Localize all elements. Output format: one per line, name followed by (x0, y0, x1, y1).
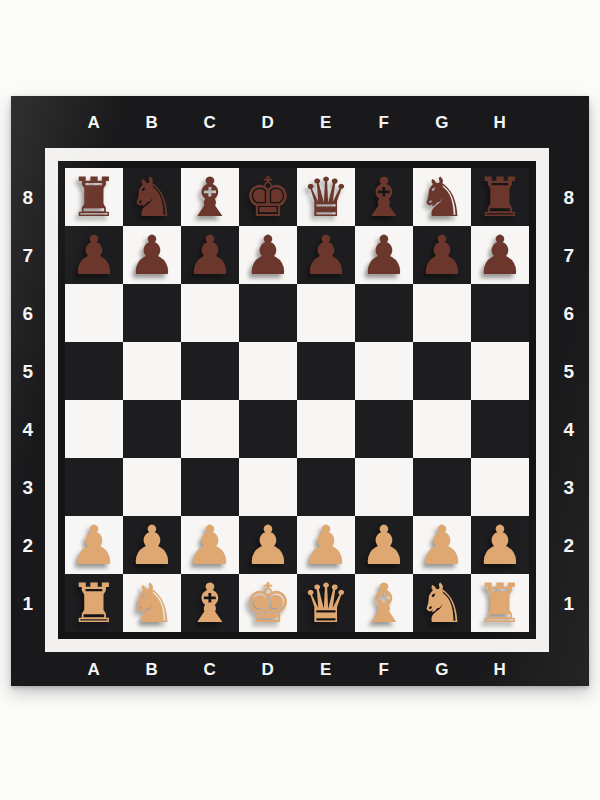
piece-black-rook-h8[interactable]: ♜ (471, 168, 529, 226)
square-a1[interactable]: ♜ (65, 574, 123, 632)
square-h1[interactable]: ♜ (471, 574, 529, 632)
piece-white-pawn-g2[interactable]: ♟ (413, 516, 471, 574)
file-label-bottom-c: C (204, 661, 217, 678)
square-g2[interactable]: ♟ (413, 516, 471, 574)
square-d3[interactable] (239, 458, 297, 516)
square-b2[interactable]: ♟ (123, 516, 181, 574)
square-a2[interactable]: ♟ (65, 516, 123, 574)
piece-black-pawn-b7[interactable]: ♟ (123, 226, 181, 284)
square-d1[interactable]: ♚ (239, 574, 297, 632)
square-b1[interactable]: ♞ (123, 574, 181, 632)
file-label-bottom-g: G (435, 661, 449, 678)
square-d7[interactable]: ♟ (239, 226, 297, 284)
square-g5[interactable] (413, 342, 471, 400)
file-label-top-a: A (88, 114, 101, 131)
square-e2[interactable]: ♟ (297, 516, 355, 574)
rank-label-left-2: 2 (22, 536, 33, 555)
piece-black-knight-b8[interactable]: ♞ (123, 168, 181, 226)
file-label-top-f: F (379, 114, 390, 131)
squares-grid: ♜♞♝♚♛♝♞♜♟♟♟♟♟♟♟♟♟♟♟♟♟♟♟♟♜♞♝♚♛♝♞♜ (65, 168, 529, 632)
square-f7[interactable]: ♟ (355, 226, 413, 284)
file-label-top-d: D (262, 114, 275, 131)
piece-white-pawn-d2[interactable]: ♟ (239, 516, 297, 574)
square-g6[interactable] (413, 284, 471, 342)
piece-black-pawn-d7[interactable]: ♟ (239, 226, 297, 284)
square-f3[interactable] (355, 458, 413, 516)
square-a7[interactable]: ♟ (65, 226, 123, 284)
rank-label-left-5: 5 (22, 362, 33, 381)
piece-white-bishop-c1[interactable]: ♝ (181, 574, 239, 632)
piece-black-queen-e8[interactable]: ♛ (297, 168, 355, 226)
square-e3[interactable] (297, 458, 355, 516)
file-label-bottom-f: F (379, 661, 390, 678)
piece-white-rook-h1[interactable]: ♜ (471, 574, 529, 632)
rank-label-left-6: 6 (22, 304, 33, 323)
square-f6[interactable] (355, 284, 413, 342)
rank-label-left-1: 1 (22, 594, 33, 613)
file-label-top-g: G (435, 114, 449, 131)
square-c2[interactable]: ♟ (181, 516, 239, 574)
file-label-bottom-d: D (262, 661, 275, 678)
square-c8[interactable]: ♝ (181, 168, 239, 226)
square-b6[interactable] (123, 284, 181, 342)
square-h5[interactable] (471, 342, 529, 400)
file-label-bottom-h: H (494, 661, 507, 678)
piece-black-pawn-c7[interactable]: ♟ (181, 226, 239, 284)
piece-white-pawn-b2[interactable]: ♟ (123, 516, 181, 574)
square-h2[interactable]: ♟ (471, 516, 529, 574)
piece-black-pawn-f7[interactable]: ♟ (355, 226, 413, 284)
piece-white-pawn-a2[interactable]: ♟ (65, 516, 123, 574)
file-label-top-b: B (146, 114, 159, 131)
rank-labels-left: 87654321 (11, 148, 45, 652)
file-label-top-h: H (494, 114, 507, 131)
piece-white-pawn-f2[interactable]: ♟ (355, 516, 413, 574)
square-e5[interactable] (297, 342, 355, 400)
square-g1[interactable]: ♞ (413, 574, 471, 632)
chess-board: ABCDEFGH 87654321 ♜♞♝♚♛♝♞♜♟♟♟♟♟♟♟♟♟♟♟♟♟♟… (11, 96, 589, 686)
square-d8[interactable]: ♚ (239, 168, 297, 226)
piece-black-bishop-f8[interactable]: ♝ (355, 168, 413, 226)
square-a3[interactable] (65, 458, 123, 516)
square-c3[interactable] (181, 458, 239, 516)
square-g7[interactable]: ♟ (413, 226, 471, 284)
piece-black-pawn-h7[interactable]: ♟ (471, 226, 529, 284)
square-f8[interactable]: ♝ (355, 168, 413, 226)
square-g3[interactable] (413, 458, 471, 516)
rank-labels-right: 87654321 (549, 148, 589, 652)
file-label-top-e: E (320, 114, 332, 131)
square-c6[interactable] (181, 284, 239, 342)
square-f4[interactable] (355, 400, 413, 458)
square-b7[interactable]: ♟ (123, 226, 181, 284)
piece-black-rook-a8[interactable]: ♜ (65, 168, 123, 226)
square-a8[interactable]: ♜ (65, 168, 123, 226)
square-g4[interactable] (413, 400, 471, 458)
square-f1[interactable]: ♝ (355, 574, 413, 632)
square-h4[interactable] (471, 400, 529, 458)
board-center: ♜♞♝♚♛♝♞♜♟♟♟♟♟♟♟♟♟♟♟♟♟♟♟♟♜♞♝♚♛♝♞♜ (45, 148, 549, 652)
piece-white-pawn-c2[interactable]: ♟ (181, 516, 239, 574)
square-b5[interactable] (123, 342, 181, 400)
piece-black-pawn-e7[interactable]: ♟ (297, 226, 355, 284)
rank-label-left-3: 3 (22, 478, 33, 497)
file-labels-bottom: ABCDEFGH (45, 652, 549, 686)
file-label-bottom-a: A (88, 661, 101, 678)
rank-label-left-8: 8 (22, 188, 33, 207)
piece-black-knight-g8[interactable]: ♞ (413, 168, 471, 226)
square-c4[interactable] (181, 400, 239, 458)
square-c1[interactable]: ♝ (181, 574, 239, 632)
piece-white-knight-g1[interactable]: ♞ (413, 574, 471, 632)
board-inner-margin: ♜♞♝♚♛♝♞♜♟♟♟♟♟♟♟♟♟♟♟♟♟♟♟♟♜♞♝♚♛♝♞♜ (58, 161, 536, 639)
rank-label-right-2: 2 (563, 536, 574, 555)
file-label-bottom-b: B (146, 661, 159, 678)
piece-white-bishop-f1[interactable]: ♝ (355, 574, 413, 632)
piece-white-pawn-h2[interactable]: ♟ (471, 516, 529, 574)
square-c5[interactable] (181, 342, 239, 400)
square-d4[interactable] (239, 400, 297, 458)
square-h6[interactable] (471, 284, 529, 342)
square-a5[interactable] (65, 342, 123, 400)
piece-white-king-d1[interactable]: ♚ (239, 574, 297, 632)
board-white-border: ♜♞♝♚♛♝♞♜♟♟♟♟♟♟♟♟♟♟♟♟♟♟♟♟♜♞♝♚♛♝♞♜ (45, 148, 549, 652)
square-a4[interactable] (65, 400, 123, 458)
piece-black-pawn-g7[interactable]: ♟ (413, 226, 471, 284)
square-d5[interactable] (239, 342, 297, 400)
piece-white-queen-e1[interactable]: ♛ (297, 574, 355, 632)
square-h7[interactable]: ♟ (471, 226, 529, 284)
piece-white-knight-b1[interactable]: ♞ (123, 574, 181, 632)
square-b3[interactable] (123, 458, 181, 516)
square-e8[interactable]: ♛ (297, 168, 355, 226)
square-h3[interactable] (471, 458, 529, 516)
rank-label-right-3: 3 (563, 478, 574, 497)
rank-label-right-7: 7 (563, 246, 574, 265)
square-h8[interactable]: ♜ (471, 168, 529, 226)
square-f2[interactable]: ♟ (355, 516, 413, 574)
square-b8[interactable]: ♞ (123, 168, 181, 226)
file-label-bottom-e: E (320, 661, 332, 678)
rank-label-right-1: 1 (563, 594, 574, 613)
square-b4[interactable] (123, 400, 181, 458)
square-a6[interactable] (65, 284, 123, 342)
square-d6[interactable] (239, 284, 297, 342)
file-labels-top: ABCDEFGH (45, 96, 549, 148)
piece-black-king-d8[interactable]: ♚ (239, 168, 297, 226)
piece-white-rook-a1[interactable]: ♜ (65, 574, 123, 632)
piece-white-pawn-e2[interactable]: ♟ (297, 516, 355, 574)
square-d2[interactable]: ♟ (239, 516, 297, 574)
square-e4[interactable] (297, 400, 355, 458)
rank-label-left-7: 7 (22, 246, 33, 265)
square-e1[interactable]: ♛ (297, 574, 355, 632)
piece-black-bishop-c8[interactable]: ♝ (181, 168, 239, 226)
square-c7[interactable]: ♟ (181, 226, 239, 284)
square-e7[interactable]: ♟ (297, 226, 355, 284)
rank-label-right-4: 4 (563, 420, 574, 439)
product-photo-background: { "game": "chess", "board_type": "demons… (0, 0, 600, 800)
rank-label-right-6: 6 (563, 304, 574, 323)
rank-label-right-8: 8 (563, 188, 574, 207)
square-f5[interactable] (355, 342, 413, 400)
rank-label-left-4: 4 (22, 420, 33, 439)
square-g8[interactable]: ♞ (413, 168, 471, 226)
piece-black-pawn-a7[interactable]: ♟ (65, 226, 123, 284)
file-label-top-c: C (204, 114, 217, 131)
square-e6[interactable] (297, 284, 355, 342)
rank-label-right-5: 5 (563, 362, 574, 381)
